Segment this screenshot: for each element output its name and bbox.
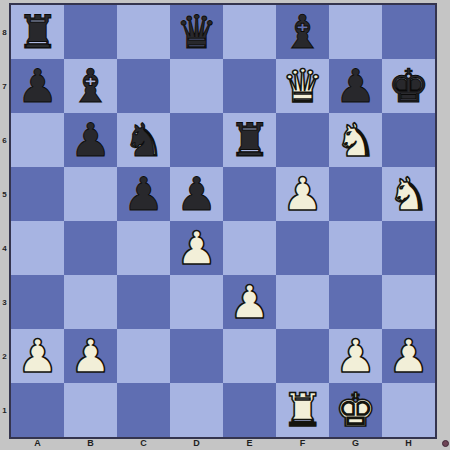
file-label-c: C <box>117 437 170 449</box>
square-c6[interactable]: ♞ <box>117 113 170 167</box>
file-label-a: A <box>11 437 64 449</box>
square-f2[interactable] <box>276 329 329 383</box>
piece-black-pawn-a7[interactable]: ♟ <box>17 59 58 113</box>
square-g4[interactable] <box>329 221 382 275</box>
square-d5[interactable]: ♟ <box>170 167 223 221</box>
file-label-f: F <box>276 437 329 449</box>
piece-white-pawn-a2[interactable]: ♟ <box>17 329 58 383</box>
square-f5[interactable]: ♟ <box>276 167 329 221</box>
square-e4[interactable] <box>223 221 276 275</box>
piece-white-king-g1[interactable]: ♚ <box>335 383 376 437</box>
chess-board: ♜♛♝♟♝♛♟♚♟♞♜♞♟♟♟♞♟♟♟♟♟♟♜♚ <box>11 5 435 437</box>
board-frame: ♜♛♝♟♝♛♟♚♟♞♜♞♟♟♟♞♟♟♟♟♟♟♜♚ <box>9 3 437 439</box>
square-c1[interactable] <box>117 383 170 437</box>
square-d1[interactable] <box>170 383 223 437</box>
square-a4[interactable] <box>11 221 64 275</box>
piece-black-rook-a8[interactable]: ♜ <box>17 5 58 59</box>
rank-label-8: 8 <box>0 5 9 59</box>
square-d4[interactable]: ♟ <box>170 221 223 275</box>
rank-label-1: 1 <box>0 383 9 437</box>
piece-white-pawn-g2[interactable]: ♟ <box>335 329 376 383</box>
square-d8[interactable]: ♛ <box>170 5 223 59</box>
square-h5[interactable]: ♞ <box>382 167 435 221</box>
piece-black-pawn-b6[interactable]: ♟ <box>70 113 111 167</box>
square-e3[interactable]: ♟ <box>223 275 276 329</box>
piece-black-pawn-d5[interactable]: ♟ <box>176 167 217 221</box>
rank-label-2: 2 <box>0 329 9 383</box>
rank-label-3: 3 <box>0 275 9 329</box>
rank-label-6: 6 <box>0 113 9 167</box>
rank-label-5: 5 <box>0 167 9 221</box>
piece-white-pawn-h2[interactable]: ♟ <box>388 329 429 383</box>
square-b8[interactable] <box>64 5 117 59</box>
square-b5[interactable] <box>64 167 117 221</box>
square-g3[interactable] <box>329 275 382 329</box>
square-d7[interactable] <box>170 59 223 113</box>
square-a6[interactable] <box>11 113 64 167</box>
piece-white-queen-f7[interactable]: ♛ <box>282 59 323 113</box>
square-e5[interactable] <box>223 167 276 221</box>
square-f1[interactable]: ♜ <box>276 383 329 437</box>
square-c5[interactable]: ♟ <box>117 167 170 221</box>
square-g2[interactable]: ♟ <box>329 329 382 383</box>
square-b3[interactable] <box>64 275 117 329</box>
square-e7[interactable] <box>223 59 276 113</box>
piece-black-pawn-g7[interactable]: ♟ <box>335 59 376 113</box>
square-c8[interactable] <box>117 5 170 59</box>
square-h7[interactable]: ♚ <box>382 59 435 113</box>
square-d6[interactable] <box>170 113 223 167</box>
rank-label-7: 7 <box>0 59 9 113</box>
square-a7[interactable]: ♟ <box>11 59 64 113</box>
square-h1[interactable] <box>382 383 435 437</box>
square-f7[interactable]: ♛ <box>276 59 329 113</box>
square-g1[interactable]: ♚ <box>329 383 382 437</box>
rank-label-4: 4 <box>0 221 9 275</box>
square-f4[interactable] <box>276 221 329 275</box>
square-h3[interactable] <box>382 275 435 329</box>
square-f8[interactable]: ♝ <box>276 5 329 59</box>
piece-white-pawn-d4[interactable]: ♟ <box>176 221 217 275</box>
piece-white-knight-g6[interactable]: ♞ <box>335 113 376 167</box>
square-h8[interactable] <box>382 5 435 59</box>
square-h2[interactable]: ♟ <box>382 329 435 383</box>
file-label-g: G <box>329 437 382 449</box>
square-h6[interactable] <box>382 113 435 167</box>
file-label-b: B <box>64 437 117 449</box>
square-a2[interactable]: ♟ <box>11 329 64 383</box>
file-label-e: E <box>223 437 276 449</box>
square-a8[interactable]: ♜ <box>11 5 64 59</box>
square-c3[interactable] <box>117 275 170 329</box>
square-b6[interactable]: ♟ <box>64 113 117 167</box>
square-d2[interactable] <box>170 329 223 383</box>
piece-white-pawn-f5[interactable]: ♟ <box>282 167 323 221</box>
square-a1[interactable] <box>11 383 64 437</box>
piece-white-knight-h5[interactable]: ♞ <box>388 167 429 221</box>
square-b7[interactable]: ♝ <box>64 59 117 113</box>
square-g6[interactable]: ♞ <box>329 113 382 167</box>
chess-app-window: 87654321 ♜♛♝♟♝♛♟♚♟♞♜♞♟♟♟♞♟♟♟♟♟♟♜♚ ABCDEF… <box>0 0 450 450</box>
square-e6[interactable]: ♜ <box>223 113 276 167</box>
piece-black-queen-d8[interactable]: ♛ <box>176 5 217 59</box>
file-label-h: H <box>382 437 435 449</box>
square-h4[interactable] <box>382 221 435 275</box>
square-b1[interactable] <box>64 383 117 437</box>
piece-black-knight-c6[interactable]: ♞ <box>123 113 164 167</box>
piece-black-bishop-f8[interactable]: ♝ <box>282 5 323 59</box>
file-label-d: D <box>170 437 223 449</box>
piece-white-pawn-b2[interactable]: ♟ <box>70 329 111 383</box>
piece-white-pawn-e3[interactable]: ♟ <box>229 275 270 329</box>
square-f3[interactable] <box>276 275 329 329</box>
square-b2[interactable]: ♟ <box>64 329 117 383</box>
square-a5[interactable] <box>11 167 64 221</box>
square-g5[interactable] <box>329 167 382 221</box>
square-c2[interactable] <box>117 329 170 383</box>
piece-black-king-h7[interactable]: ♚ <box>388 59 429 113</box>
square-c4[interactable] <box>117 221 170 275</box>
square-e2[interactable] <box>223 329 276 383</box>
piece-black-pawn-c5[interactable]: ♟ <box>123 167 164 221</box>
square-e8[interactable] <box>223 5 276 59</box>
piece-white-rook-f1[interactable]: ♜ <box>282 383 323 437</box>
piece-black-rook-e6[interactable]: ♜ <box>229 113 270 167</box>
square-g7[interactable]: ♟ <box>329 59 382 113</box>
side-to-move-indicator <box>442 440 449 447</box>
square-c7[interactable] <box>117 59 170 113</box>
square-b4[interactable] <box>64 221 117 275</box>
piece-black-bishop-b7[interactable]: ♝ <box>70 59 111 113</box>
square-f6[interactable] <box>276 113 329 167</box>
square-a3[interactable] <box>11 275 64 329</box>
square-g8[interactable] <box>329 5 382 59</box>
square-d3[interactable] <box>170 275 223 329</box>
square-e1[interactable] <box>223 383 276 437</box>
